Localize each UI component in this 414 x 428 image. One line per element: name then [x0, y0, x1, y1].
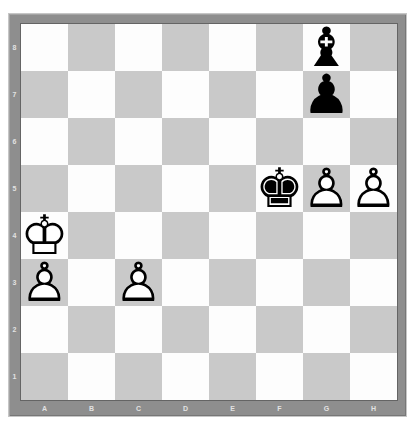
- rank-label-2: 2: [9, 306, 20, 353]
- file-label-e: E: [209, 401, 256, 416]
- file-label-b: B: [68, 401, 115, 416]
- chess-diagram: 87654321 ♝♟♚♟♙♟♙♚♔♟♙♟♙ ABCDEFGH: [0, 0, 414, 428]
- piece-black-pawn[interactable]: ♟: [303, 71, 350, 118]
- square-c5[interactable]: [115, 165, 162, 212]
- file-label-g: G: [303, 401, 350, 416]
- square-f7[interactable]: [256, 71, 303, 118]
- file-labels: ABCDEFGH: [21, 401, 397, 416]
- square-c2[interactable]: [115, 306, 162, 353]
- square-e3[interactable]: [209, 259, 256, 306]
- square-a7[interactable]: [21, 71, 68, 118]
- square-e4[interactable]: [209, 212, 256, 259]
- rank-label-6: 6: [9, 118, 20, 165]
- square-d6[interactable]: [162, 118, 209, 165]
- file-label-d: D: [162, 401, 209, 416]
- square-g4[interactable]: [303, 212, 350, 259]
- rank-label-4: 4: [9, 212, 20, 259]
- square-b8[interactable]: [68, 24, 115, 71]
- square-e8[interactable]: [209, 24, 256, 71]
- chess-board[interactable]: ♝♟♚♟♙♟♙♚♔♟♙♟♙: [20, 23, 398, 401]
- square-h3[interactable]: [350, 259, 397, 306]
- square-c3[interactable]: ♟♙: [115, 259, 162, 306]
- square-e2[interactable]: [209, 306, 256, 353]
- square-f1[interactable]: [256, 353, 303, 400]
- square-g7[interactable]: ♟: [303, 71, 350, 118]
- square-h8[interactable]: [350, 24, 397, 71]
- square-d1[interactable]: [162, 353, 209, 400]
- square-h2[interactable]: [350, 306, 397, 353]
- file-label-h: H: [350, 401, 397, 416]
- rank-label-5: 5: [9, 165, 20, 212]
- square-f8[interactable]: [256, 24, 303, 71]
- square-c7[interactable]: [115, 71, 162, 118]
- square-h5[interactable]: ♟♙: [350, 165, 397, 212]
- square-b1[interactable]: [68, 353, 115, 400]
- square-g1[interactable]: [303, 353, 350, 400]
- square-a8[interactable]: [21, 24, 68, 71]
- square-c1[interactable]: [115, 353, 162, 400]
- square-b7[interactable]: [68, 71, 115, 118]
- rank-label-1: 1: [9, 353, 20, 400]
- rank-labels: 87654321: [9, 24, 20, 400]
- square-f2[interactable]: [256, 306, 303, 353]
- square-f4[interactable]: [256, 212, 303, 259]
- rank-label-8: 8: [9, 24, 20, 71]
- square-d2[interactable]: [162, 306, 209, 353]
- white-pawn-outline: ♙: [115, 259, 162, 306]
- square-b2[interactable]: [68, 306, 115, 353]
- square-d8[interactable]: [162, 24, 209, 71]
- square-d7[interactable]: [162, 71, 209, 118]
- piece-white-pawn[interactable]: ♟♙: [21, 259, 68, 306]
- square-a3[interactable]: ♟♙: [21, 259, 68, 306]
- square-e5[interactable]: [209, 165, 256, 212]
- square-b5[interactable]: [68, 165, 115, 212]
- square-g2[interactable]: [303, 306, 350, 353]
- piece-white-pawn[interactable]: ♟♙: [350, 165, 397, 212]
- file-label-c: C: [115, 401, 162, 416]
- square-g5[interactable]: ♟♙: [303, 165, 350, 212]
- rank-label-3: 3: [9, 259, 20, 306]
- square-b6[interactable]: [68, 118, 115, 165]
- square-e7[interactable]: [209, 71, 256, 118]
- black-pawn-glyph: ♟: [302, 68, 350, 122]
- square-g3[interactable]: [303, 259, 350, 306]
- white-pawn-outline: ♙: [350, 165, 397, 212]
- square-d3[interactable]: [162, 259, 209, 306]
- square-b4[interactable]: [68, 212, 115, 259]
- black-king-glyph: ♚: [255, 162, 303, 216]
- square-e1[interactable]: [209, 353, 256, 400]
- square-f3[interactable]: [256, 259, 303, 306]
- square-e6[interactable]: [209, 118, 256, 165]
- square-h1[interactable]: [350, 353, 397, 400]
- square-d4[interactable]: [162, 212, 209, 259]
- rank-label-7: 7: [9, 71, 20, 118]
- square-h7[interactable]: [350, 71, 397, 118]
- square-a1[interactable]: [21, 353, 68, 400]
- square-c6[interactable]: [115, 118, 162, 165]
- piece-black-king[interactable]: ♚: [256, 165, 303, 212]
- white-pawn-outline: ♙: [303, 165, 350, 212]
- board-frame: 87654321 ♝♟♚♟♙♟♙♚♔♟♙♟♙ ABCDEFGH: [8, 13, 407, 417]
- file-label-a: A: [21, 401, 68, 416]
- square-a2[interactable]: [21, 306, 68, 353]
- file-label-f: F: [256, 401, 303, 416]
- square-d5[interactable]: [162, 165, 209, 212]
- square-b3[interactable]: [68, 259, 115, 306]
- square-a6[interactable]: [21, 118, 68, 165]
- square-h4[interactable]: [350, 212, 397, 259]
- square-f5[interactable]: ♚: [256, 165, 303, 212]
- piece-white-pawn[interactable]: ♟♙: [115, 259, 162, 306]
- piece-white-pawn[interactable]: ♟♙: [303, 165, 350, 212]
- white-pawn-outline: ♙: [21, 259, 68, 306]
- square-c8[interactable]: [115, 24, 162, 71]
